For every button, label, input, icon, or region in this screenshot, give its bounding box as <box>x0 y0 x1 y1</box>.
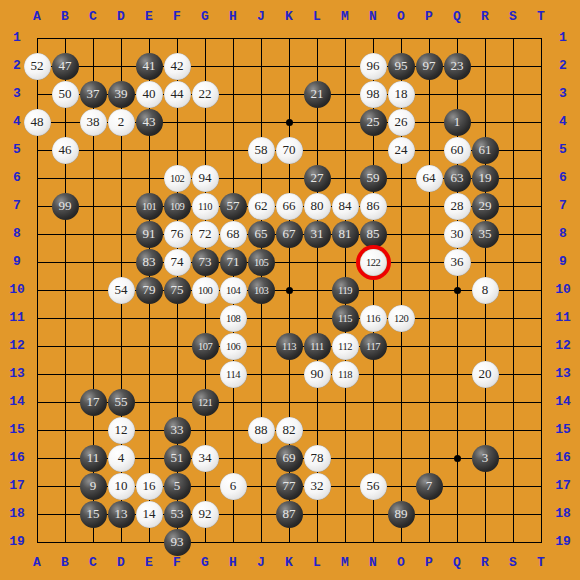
column-label: Q <box>443 9 471 25</box>
stone-black-71: 71 <box>220 249 247 276</box>
row-label: 1 <box>550 30 576 46</box>
column-label: O <box>387 9 415 25</box>
column-label: S <box>499 555 527 571</box>
stone-black-119: 119 <box>332 277 359 304</box>
stone-black-17: 17 <box>80 389 107 416</box>
column-label: H <box>219 9 247 25</box>
stone-black-41: 41 <box>136 53 163 80</box>
column-label: D <box>107 9 135 25</box>
stone-black-15: 15 <box>80 501 107 528</box>
row-label: 4 <box>550 114 576 130</box>
stone-black-81: 81 <box>332 221 359 248</box>
stone-white-36: 36 <box>444 249 471 276</box>
stone-black-43: 43 <box>136 109 163 136</box>
stone-white-68: 68 <box>220 221 247 248</box>
stone-white-22: 22 <box>192 81 219 108</box>
stone-white-60: 60 <box>444 137 471 164</box>
stone-black-31: 31 <box>304 221 331 248</box>
stone-white-104: 104 <box>220 277 247 304</box>
stone-black-121: 121 <box>192 389 219 416</box>
stone-black-37: 37 <box>80 81 107 108</box>
column-label: A <box>23 555 51 571</box>
stone-white-70: 70 <box>276 137 303 164</box>
stone-white-110: 110 <box>192 193 219 220</box>
stone-white-8: 8 <box>472 277 499 304</box>
stone-white-52: 52 <box>24 53 51 80</box>
stone-white-82: 82 <box>276 417 303 444</box>
stone-white-84: 84 <box>332 193 359 220</box>
stone-white-62: 62 <box>248 193 275 220</box>
stone-black-27: 27 <box>304 165 331 192</box>
stone-black-101: 101 <box>136 193 163 220</box>
star-point <box>286 119 293 126</box>
stone-black-29: 29 <box>472 193 499 220</box>
stone-black-59: 59 <box>360 165 387 192</box>
stone-black-55: 55 <box>108 389 135 416</box>
column-label: T <box>527 555 555 571</box>
stone-black-23: 23 <box>444 53 471 80</box>
column-label: J <box>247 9 275 25</box>
column-label: M <box>331 9 359 25</box>
stone-black-75: 75 <box>164 277 191 304</box>
row-label: 14 <box>4 394 30 410</box>
stone-black-21: 21 <box>304 81 331 108</box>
stone-white-112: 112 <box>332 333 359 360</box>
stone-black-69: 69 <box>276 445 303 472</box>
column-label: K <box>275 555 303 571</box>
column-label: B <box>51 9 79 25</box>
row-label: 7 <box>4 198 30 214</box>
star-point <box>286 287 293 294</box>
stone-white-10: 10 <box>108 473 135 500</box>
stone-white-90: 90 <box>304 361 331 388</box>
stone-black-111: 111 <box>304 333 331 360</box>
stone-black-1: 1 <box>444 109 471 136</box>
stone-white-38: 38 <box>80 109 107 136</box>
stone-white-56: 56 <box>360 473 387 500</box>
stone-black-7: 7 <box>416 473 443 500</box>
row-label: 19 <box>4 534 30 550</box>
stone-black-67: 67 <box>276 221 303 248</box>
stone-white-114: 114 <box>220 361 247 388</box>
column-label: G <box>191 9 219 25</box>
stone-black-77: 77 <box>276 473 303 500</box>
stone-white-30: 30 <box>444 221 471 248</box>
row-label: 3 <box>550 86 576 102</box>
stone-white-34: 34 <box>192 445 219 472</box>
stone-white-24: 24 <box>388 137 415 164</box>
stone-black-109: 109 <box>164 193 191 220</box>
stone-white-20: 20 <box>472 361 499 388</box>
stone-white-42: 42 <box>164 53 191 80</box>
row-label: 6 <box>4 170 30 186</box>
stone-black-5: 5 <box>164 473 191 500</box>
stone-black-97: 97 <box>416 53 443 80</box>
stone-white-26: 26 <box>388 109 415 136</box>
row-label: 5 <box>550 142 576 158</box>
row-label: 10 <box>550 282 576 298</box>
stone-white-74: 74 <box>164 249 191 276</box>
row-label: 9 <box>550 254 576 270</box>
column-label: T <box>527 9 555 25</box>
stone-black-51: 51 <box>164 445 191 472</box>
stone-white-50: 50 <box>52 81 79 108</box>
stone-black-85: 85 <box>360 221 387 248</box>
column-label: F <box>163 555 191 571</box>
star-point <box>454 287 461 294</box>
stone-white-94: 94 <box>192 165 219 192</box>
column-label: E <box>135 555 163 571</box>
stone-white-86: 86 <box>360 193 387 220</box>
row-label: 8 <box>4 226 30 242</box>
stone-white-4: 4 <box>108 445 135 472</box>
row-label: 16 <box>550 450 576 466</box>
column-label: F <box>163 9 191 25</box>
stone-black-103: 103 <box>248 277 275 304</box>
row-label: 19 <box>550 534 576 550</box>
stone-white-28: 28 <box>444 193 471 220</box>
stone-black-53: 53 <box>164 501 191 528</box>
go-kifu-diagram: ABCDEFGHJKLMNOPQRST ABCDEFGHJKLMNOPQRST … <box>0 0 580 580</box>
row-label: 16 <box>4 450 30 466</box>
stone-black-73: 73 <box>192 249 219 276</box>
stone-white-116: 116 <box>360 305 387 332</box>
stone-white-46: 46 <box>52 137 79 164</box>
stone-white-108: 108 <box>220 305 247 332</box>
stone-white-100: 100 <box>192 277 219 304</box>
column-label: J <box>247 555 275 571</box>
stone-white-92: 92 <box>192 501 219 528</box>
row-label: 8 <box>550 226 576 242</box>
stone-white-6: 6 <box>220 473 247 500</box>
row-label: 12 <box>550 338 576 354</box>
column-label: R <box>471 555 499 571</box>
stone-black-35: 35 <box>472 221 499 248</box>
column-label: L <box>303 9 331 25</box>
column-label: R <box>471 9 499 25</box>
stone-black-19: 19 <box>472 165 499 192</box>
stone-black-117: 117 <box>360 333 387 360</box>
stone-black-63: 63 <box>444 165 471 192</box>
stone-black-13: 13 <box>108 501 135 528</box>
stone-white-120: 120 <box>388 305 415 332</box>
stone-white-118: 118 <box>332 361 359 388</box>
stone-black-107: 107 <box>192 333 219 360</box>
column-label: K <box>275 9 303 25</box>
column-label: P <box>415 9 443 25</box>
stone-black-79: 79 <box>136 277 163 304</box>
column-label: P <box>415 555 443 571</box>
row-label: 7 <box>550 198 576 214</box>
row-label: 9 <box>4 254 30 270</box>
stone-black-9: 9 <box>80 473 107 500</box>
row-label: 6 <box>550 170 576 186</box>
stone-white-66: 66 <box>276 193 303 220</box>
stone-white-122: 122 <box>360 249 387 276</box>
stone-black-93: 93 <box>164 529 191 556</box>
stone-black-95: 95 <box>388 53 415 80</box>
row-label: 3 <box>4 86 30 102</box>
stone-white-78: 78 <box>304 445 331 472</box>
stone-white-12: 12 <box>108 417 135 444</box>
stone-black-113: 113 <box>276 333 303 360</box>
stone-black-33: 33 <box>164 417 191 444</box>
column-label: L <box>303 555 331 571</box>
stone-black-3: 3 <box>472 445 499 472</box>
row-label: 17 <box>550 478 576 494</box>
stone-white-98: 98 <box>360 81 387 108</box>
stone-black-47: 47 <box>52 53 79 80</box>
row-label: 2 <box>550 58 576 74</box>
column-label: M <box>331 555 359 571</box>
stone-white-16: 16 <box>136 473 163 500</box>
stone-white-96: 96 <box>360 53 387 80</box>
column-label: A <box>23 9 51 25</box>
stone-white-2: 2 <box>108 109 135 136</box>
stone-white-40: 40 <box>136 81 163 108</box>
row-label: 15 <box>4 422 30 438</box>
stone-black-57: 57 <box>220 193 247 220</box>
column-label: S <box>499 9 527 25</box>
row-label: 10 <box>4 282 30 298</box>
row-label: 11 <box>550 310 576 326</box>
row-label: 13 <box>4 366 30 382</box>
row-label: 17 <box>4 478 30 494</box>
stone-black-83: 83 <box>136 249 163 276</box>
column-label: D <box>107 555 135 571</box>
stone-white-32: 32 <box>304 473 331 500</box>
stone-black-39: 39 <box>108 81 135 108</box>
row-label: 14 <box>550 394 576 410</box>
stone-white-14: 14 <box>136 501 163 528</box>
row-label: 5 <box>4 142 30 158</box>
row-label: 11 <box>4 310 30 326</box>
stone-white-88: 88 <box>248 417 275 444</box>
stone-white-80: 80 <box>304 193 331 220</box>
column-label: H <box>219 555 247 571</box>
column-label: E <box>135 9 163 25</box>
column-label: C <box>79 555 107 571</box>
column-label: N <box>359 555 387 571</box>
column-label: B <box>51 555 79 571</box>
column-label: C <box>79 9 107 25</box>
stone-white-102: 102 <box>164 165 191 192</box>
stone-white-18: 18 <box>388 81 415 108</box>
row-label: 13 <box>550 366 576 382</box>
stone-black-105: 105 <box>248 249 275 276</box>
row-label: 1 <box>4 30 30 46</box>
stone-white-72: 72 <box>192 221 219 248</box>
row-label: 15 <box>550 422 576 438</box>
column-label: G <box>191 555 219 571</box>
stone-black-61: 61 <box>472 137 499 164</box>
stone-black-115: 115 <box>332 305 359 332</box>
stone-black-25: 25 <box>360 109 387 136</box>
row-label: 18 <box>4 506 30 522</box>
stone-black-99: 99 <box>52 193 79 220</box>
stone-white-54: 54 <box>108 277 135 304</box>
stone-black-89: 89 <box>388 501 415 528</box>
column-label: O <box>387 555 415 571</box>
stone-black-11: 11 <box>80 445 107 472</box>
stone-white-76: 76 <box>164 221 191 248</box>
stone-black-91: 91 <box>136 221 163 248</box>
stone-white-58: 58 <box>248 137 275 164</box>
stone-black-65: 65 <box>248 221 275 248</box>
stone-white-64: 64 <box>416 165 443 192</box>
column-label: Q <box>443 555 471 571</box>
stone-white-44: 44 <box>164 81 191 108</box>
row-label: 18 <box>550 506 576 522</box>
stone-black-87: 87 <box>276 501 303 528</box>
row-label: 12 <box>4 338 30 354</box>
stone-white-106: 106 <box>220 333 247 360</box>
star-point <box>454 455 461 462</box>
column-label: N <box>359 9 387 25</box>
stone-white-48: 48 <box>24 109 51 136</box>
